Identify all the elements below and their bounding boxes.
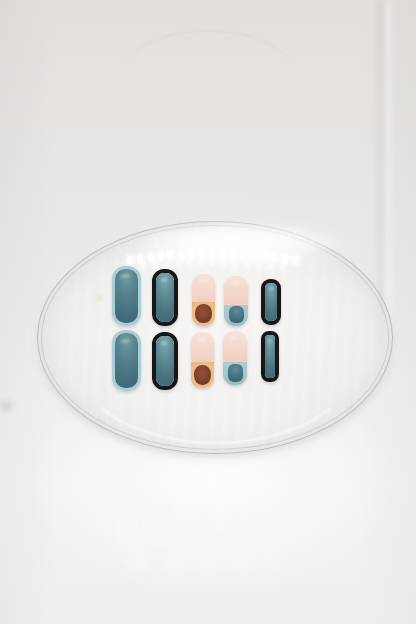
light-dot xyxy=(222,260,227,266)
sticker-dot xyxy=(95,294,105,303)
nail-surface xyxy=(115,269,138,323)
surface-reflection xyxy=(128,548,148,574)
light-dot xyxy=(256,262,261,268)
light-dot xyxy=(271,253,277,261)
light-dot xyxy=(279,264,284,270)
press-on-nail-r2c5 xyxy=(261,331,279,382)
light-dot xyxy=(189,250,195,258)
nail-surface xyxy=(223,331,247,385)
nail-surface xyxy=(224,276,248,326)
light-dot xyxy=(153,262,158,268)
press-on-nail-r1c2 xyxy=(152,269,178,326)
light-dot xyxy=(148,253,154,261)
light-dot xyxy=(187,260,192,266)
surface-reflection xyxy=(114,498,138,544)
brown-dot xyxy=(194,365,211,385)
surface-reflection xyxy=(153,498,177,546)
light-dot xyxy=(141,263,146,269)
surface-reflection xyxy=(228,500,249,540)
light-dot xyxy=(230,250,236,258)
light-dot xyxy=(199,250,205,258)
tip-teal-block xyxy=(229,306,244,323)
light-dot xyxy=(245,261,250,267)
light-dot xyxy=(209,250,215,258)
gloss-highlight xyxy=(229,280,240,285)
gloss-highlight xyxy=(268,287,274,291)
gloss-highlight xyxy=(197,278,208,283)
light-dot xyxy=(220,250,226,258)
tip-teal-block xyxy=(228,364,243,382)
nail-surface xyxy=(191,332,214,388)
nail-surface xyxy=(192,274,215,326)
surface-reflection xyxy=(233,552,251,574)
gloss-highlight xyxy=(160,278,168,283)
gloss-highlight xyxy=(196,337,207,342)
surface-reflection xyxy=(263,552,278,572)
backdrop-faint-arc xyxy=(118,30,298,131)
light-dot xyxy=(137,255,143,263)
press-on-nail-r1c4 xyxy=(224,276,248,326)
press-on-nail-r1c1 xyxy=(112,266,141,326)
surface-reflection xyxy=(261,501,279,539)
surface-reflection xyxy=(192,500,214,544)
gloss-highlight xyxy=(160,341,168,346)
light-dot xyxy=(251,252,257,260)
light-dot xyxy=(127,256,133,264)
nail-surface xyxy=(156,273,174,322)
nail-surface xyxy=(265,283,277,321)
tray-bottom-highlight-arc xyxy=(66,250,366,444)
press-on-nail-r2c4 xyxy=(223,331,247,385)
nail-surface xyxy=(115,333,138,388)
photo-stage xyxy=(0,0,416,624)
press-on-nail-r1c3 xyxy=(192,274,215,326)
nail-surface xyxy=(265,335,275,378)
light-dot xyxy=(158,252,164,260)
light-dot xyxy=(179,251,185,259)
light-dot xyxy=(282,255,288,263)
press-on-nail-r2c1 xyxy=(112,330,141,391)
press-on-nail-r2c2 xyxy=(152,332,178,390)
gloss-highlight xyxy=(228,335,239,340)
press-on-nail-r2c3 xyxy=(191,332,214,388)
surface-reflection xyxy=(165,550,185,576)
light-dot xyxy=(176,261,181,267)
gloss-highlight xyxy=(120,338,131,343)
light-dot xyxy=(199,260,204,266)
brown-dot xyxy=(195,304,212,323)
light-dot xyxy=(268,263,273,269)
light-dot xyxy=(164,262,169,268)
gloss-highlight xyxy=(120,273,131,278)
nail-surface xyxy=(156,336,174,386)
light-dot xyxy=(168,251,174,259)
light-dot xyxy=(210,260,215,266)
backdrop-smudge xyxy=(0,401,12,411)
light-dot xyxy=(233,260,238,266)
light-dot xyxy=(240,251,246,259)
gloss-highlight xyxy=(267,339,272,343)
light-dot xyxy=(261,252,267,260)
press-on-nail-r1c5 xyxy=(261,279,281,325)
light-dot xyxy=(292,256,298,264)
surface-reflection xyxy=(200,552,218,576)
